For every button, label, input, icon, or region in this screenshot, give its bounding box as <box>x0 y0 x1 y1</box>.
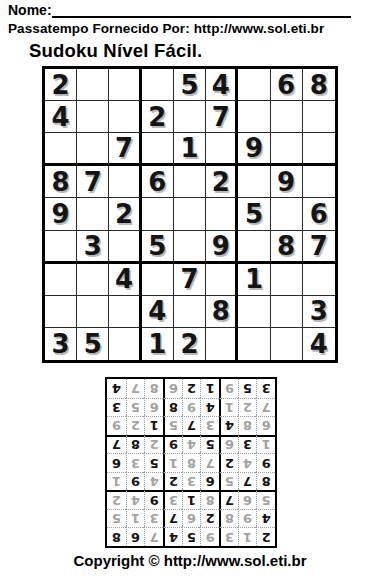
cell-r5c8 <box>271 198 303 230</box>
cell-r5c9: 6 <box>303 198 335 230</box>
cell-r8c5 <box>174 296 206 328</box>
solution-cell-r6c5: 4 <box>182 435 201 454</box>
solution-cell-r8c9: 3 <box>107 398 126 417</box>
solution-cell-r7c6: 5 <box>163 416 182 435</box>
cell-r9c4: 1 <box>142 328 174 360</box>
provider-line: Passatempo Fornecido Por: http://www.sol… <box>8 21 373 36</box>
solution-cell-r9c1: 3 <box>256 379 275 398</box>
cell-r2c3 <box>109 101 141 133</box>
cell-r6c7 <box>238 231 270 264</box>
cell-r6c8: 8 <box>271 231 303 264</box>
cell-r6c6: 9 <box>206 231 238 264</box>
copyright-text: Copyright © http://www.sol.eti.br <box>0 552 380 569</box>
solution-cell-r7c8: 2 <box>126 416 145 435</box>
solution-cell-r9c6: 6 <box>163 379 182 398</box>
solution-cell-r1c6: 4 <box>163 527 182 546</box>
cell-r3c2 <box>77 133 109 166</box>
cell-r4c3 <box>109 166 141 198</box>
solution-cell-r1c1: 2 <box>256 527 275 546</box>
solution-cell-r5c4: 7 <box>200 453 219 472</box>
cell-r3c8 <box>271 133 303 166</box>
solution-cell-r6c7: 2 <box>144 435 163 454</box>
cell-r8c9: 3 <box>303 296 335 328</box>
cell-r1c4 <box>142 69 174 101</box>
solution-cell-r2c1: 4 <box>256 509 275 528</box>
solution-cell-r7c9: 9 <box>107 416 126 435</box>
solution-cell-r6c3: 6 <box>219 435 238 454</box>
solution-cell-r6c2: 3 <box>238 435 257 454</box>
cell-r6c4: 5 <box>142 231 174 264</box>
cell-r3c9 <box>303 133 335 166</box>
solution-cell-r8c6: 8 <box>163 398 182 417</box>
name-row: Nome: <box>8 2 351 18</box>
cell-r6c2: 3 <box>77 231 109 264</box>
cell-r1c8: 6 <box>271 69 303 101</box>
cell-r3c1 <box>45 133 77 166</box>
cell-r9c6 <box>206 328 238 360</box>
solution-cell-r4c8: 9 <box>126 472 145 491</box>
cell-r7c8 <box>271 264 303 296</box>
cell-r3c4 <box>142 133 174 166</box>
cell-r2c5 <box>174 101 206 133</box>
solution-cell-r4c3: 5 <box>219 472 238 491</box>
cell-r7c3: 4 <box>109 264 141 296</box>
solution-cell-r9c5: 2 <box>182 379 201 398</box>
cell-r2c7 <box>238 101 270 133</box>
solution-cell-r3c7: 9 <box>144 490 163 509</box>
cell-r7c6 <box>206 264 238 296</box>
name-blank-line <box>52 3 351 18</box>
solution-cell-r6c6: 9 <box>163 435 182 454</box>
cell-r4c6: 2 <box>206 166 238 198</box>
cell-r8c3 <box>109 296 141 328</box>
cell-r1c9: 8 <box>303 69 335 101</box>
solution-cell-r3c9: 2 <box>107 490 126 509</box>
solution-cell-r2c8: 1 <box>126 509 145 528</box>
puzzle-grid: 254684277198762992563598747148335124 <box>42 66 338 363</box>
solution-cell-r2c5: 6 <box>182 509 201 528</box>
solution-cell-r5c1: 9 <box>256 453 275 472</box>
solution-cell-r6c8: 8 <box>126 435 145 454</box>
cell-r5c6 <box>206 198 238 230</box>
cell-r8c6: 8 <box>206 296 238 328</box>
cell-r3c3: 7 <box>109 133 141 166</box>
cell-r1c5: 5 <box>174 69 206 101</box>
solution-cell-r2c2: 9 <box>238 509 257 528</box>
solution-cell-r9c3: 9 <box>219 379 238 398</box>
cell-r8c4: 4 <box>142 296 174 328</box>
cell-r2c2 <box>77 101 109 133</box>
cell-r4c4: 6 <box>142 166 174 198</box>
solution-cell-r4c4: 6 <box>200 472 219 491</box>
solution-cell-r1c4: 9 <box>200 527 219 546</box>
solution-cell-r3c8: 4 <box>126 490 145 509</box>
cell-r2c6: 7 <box>206 101 238 133</box>
cell-r4c7 <box>238 166 270 198</box>
solution-cell-r5c2: 4 <box>238 453 257 472</box>
solution-cell-r3c2: 6 <box>238 490 257 509</box>
solution-cell-r3c5: 1 <box>182 490 201 509</box>
solution-cell-r7c4: 3 <box>200 416 219 435</box>
solution-cell-r5c7: 5 <box>144 453 163 472</box>
solution-cell-r3c3: 7 <box>219 490 238 509</box>
solution-cell-r5c5: 8 <box>182 453 201 472</box>
cell-r5c4 <box>142 198 174 230</box>
cell-r5c2 <box>77 198 109 230</box>
solution-grid: 2139547684982673155678139428756324919427… <box>105 377 277 548</box>
solution-cell-r1c2: 1 <box>238 527 257 546</box>
solution-cell-r5c6: 1 <box>163 453 182 472</box>
solution-cell-r1c5: 5 <box>182 527 201 546</box>
solution-cell-r6c4: 5 <box>200 435 219 454</box>
cell-r3c7: 9 <box>238 133 270 166</box>
solution-cell-r3c6: 3 <box>163 490 182 509</box>
cell-r7c7: 1 <box>238 264 270 296</box>
cell-r8c1 <box>45 296 77 328</box>
cell-r2c9 <box>303 101 335 133</box>
solution-cell-r8c2: 2 <box>238 398 257 417</box>
cell-r1c2 <box>77 69 109 101</box>
solution-cell-r2c7: 3 <box>144 509 163 528</box>
cell-r9c9: 4 <box>303 328 335 360</box>
cell-r8c7 <box>238 296 270 328</box>
solution-cell-r8c4: 4 <box>200 398 219 417</box>
solution-cell-r7c7: 1 <box>144 416 163 435</box>
solution-cell-r8c3: 1 <box>219 398 238 417</box>
solution-cell-r2c9: 5 <box>107 509 126 528</box>
solution-cell-r6c9: 7 <box>107 435 126 454</box>
cell-r8c8 <box>271 296 303 328</box>
solution-cell-r5c9: 6 <box>107 453 126 472</box>
solution-cell-r2c3: 8 <box>219 509 238 528</box>
cell-r2c8 <box>271 101 303 133</box>
name-label: Nome: <box>8 2 52 18</box>
solution-cell-r3c4: 8 <box>200 490 219 509</box>
solution-cell-r7c5: 7 <box>182 416 201 435</box>
solution-cell-r8c8: 5 <box>126 398 145 417</box>
cell-r2c4: 2 <box>142 101 174 133</box>
solution-cell-r1c7: 7 <box>144 527 163 546</box>
cell-r9c7 <box>238 328 270 360</box>
cell-r1c7 <box>238 69 270 101</box>
cell-r8c2 <box>77 296 109 328</box>
cell-r6c3 <box>109 231 141 264</box>
cell-r1c1: 2 <box>45 69 77 101</box>
page-title: Sudoku Nível Fácil. <box>29 40 202 62</box>
solution-cell-r9c9: 4 <box>107 379 126 398</box>
solution-cell-r1c9: 8 <box>107 527 126 546</box>
cell-r7c5: 7 <box>174 264 206 296</box>
solution-cell-r8c5: 9 <box>182 398 201 417</box>
solution-cell-r4c2: 7 <box>238 472 257 491</box>
cell-r1c6: 4 <box>206 69 238 101</box>
solution-cell-r4c7: 4 <box>144 472 163 491</box>
solution-cell-r3c1: 5 <box>256 490 275 509</box>
solution-cell-r9c7: 8 <box>144 379 163 398</box>
solution-cell-r6c1: 1 <box>256 435 275 454</box>
cell-r4c9 <box>303 166 335 198</box>
cell-r2c1: 4 <box>45 101 77 133</box>
cell-r5c3: 2 <box>109 198 141 230</box>
solution-cell-r9c2: 5 <box>238 379 257 398</box>
cell-r6c1 <box>45 231 77 264</box>
cell-r3c6 <box>206 133 238 166</box>
solution-cell-r9c8: 7 <box>126 379 145 398</box>
cell-r4c2: 7 <box>77 166 109 198</box>
cell-r4c8: 9 <box>271 166 303 198</box>
solution-cell-r9c4: 1 <box>200 379 219 398</box>
cell-r9c8 <box>271 328 303 360</box>
solution-cell-r7c1: 6 <box>256 416 275 435</box>
cell-r7c2 <box>77 264 109 296</box>
cell-r7c1 <box>45 264 77 296</box>
cell-r1c3 <box>109 69 141 101</box>
cell-r3c5: 1 <box>174 133 206 166</box>
cell-r7c4 <box>142 264 174 296</box>
cell-r4c1: 8 <box>45 166 77 198</box>
solution-cell-r4c5: 3 <box>182 472 201 491</box>
cell-r9c1: 3 <box>45 328 77 360</box>
cell-r6c9: 7 <box>303 231 335 264</box>
solution-cell-r5c8: 3 <box>126 453 145 472</box>
cell-r9c5: 2 <box>174 328 206 360</box>
solution-cell-r5c3: 2 <box>219 453 238 472</box>
solution-cell-r7c3: 4 <box>219 416 238 435</box>
solution-cell-r2c4: 2 <box>200 509 219 528</box>
solution-cell-r1c3: 3 <box>219 527 238 546</box>
cell-r7c9 <box>303 264 335 296</box>
solution-cell-r4c1: 8 <box>256 472 275 491</box>
cell-r5c1: 9 <box>45 198 77 230</box>
solution-cell-r1c8: 6 <box>126 527 145 546</box>
cell-r5c7: 5 <box>238 198 270 230</box>
solution-cell-r2c6: 7 <box>163 509 182 528</box>
cell-r5c5 <box>174 198 206 230</box>
solution-cell-r8c1: 7 <box>256 398 275 417</box>
solution-cell-r8c7: 6 <box>144 398 163 417</box>
cell-r6c5 <box>174 231 206 264</box>
solution-cell-r4c9: 1 <box>107 472 126 491</box>
cell-r9c2: 5 <box>77 328 109 360</box>
cell-r9c3 <box>109 328 141 360</box>
cell-r4c5 <box>174 166 206 198</box>
solution-cell-r4c6: 2 <box>163 472 182 491</box>
solution-cell-r7c2: 8 <box>238 416 257 435</box>
